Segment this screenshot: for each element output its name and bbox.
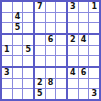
cell-r4c1[interactable] bbox=[2, 35, 12, 45]
cell-r4c7[interactable]: 2 bbox=[68, 35, 78, 45]
cell-r8c2[interactable] bbox=[13, 79, 23, 89]
cell-r6c5[interactable] bbox=[46, 56, 56, 66]
cell-r3c7[interactable] bbox=[68, 23, 78, 33]
cell-r8c4[interactable]: 2 bbox=[35, 79, 45, 89]
cell-r7c3[interactable] bbox=[23, 68, 33, 78]
cell-r8c7[interactable] bbox=[68, 79, 78, 89]
cell-r1c7[interactable]: 3 bbox=[68, 2, 78, 12]
cell-r3c8[interactable] bbox=[79, 23, 89, 33]
cell-r4c8[interactable]: 4 bbox=[79, 35, 89, 45]
cell-r8c5[interactable]: 8 bbox=[46, 79, 56, 89]
cell-r6c9[interactable] bbox=[89, 56, 99, 66]
cell-r3c4[interactable] bbox=[35, 23, 45, 33]
cell-r2c9[interactable] bbox=[89, 13, 99, 23]
cell-r2c3[interactable] bbox=[23, 13, 33, 23]
cell-r1c5[interactable] bbox=[46, 2, 56, 12]
cell-r4c6[interactable] bbox=[56, 35, 66, 45]
cell-r9c8[interactable] bbox=[79, 89, 89, 99]
cell-r5c6[interactable] bbox=[56, 46, 66, 56]
cell-r3c5[interactable] bbox=[46, 23, 56, 33]
cell-r5c7[interactable] bbox=[68, 46, 78, 56]
block-3: 31 bbox=[68, 2, 99, 33]
cell-r1c3[interactable] bbox=[23, 2, 33, 12]
cell-r7c8[interactable]: 6 bbox=[79, 68, 89, 78]
cell-r2c2[interactable]: 4 bbox=[13, 13, 23, 23]
cell-r3c6[interactable] bbox=[56, 23, 66, 33]
cell-r9c6[interactable] bbox=[56, 89, 66, 99]
cell-r4c2[interactable] bbox=[13, 35, 23, 45]
cell-r1c1[interactable] bbox=[2, 2, 12, 12]
cell-r1c2[interactable] bbox=[13, 2, 23, 12]
cell-r8c9[interactable] bbox=[89, 79, 99, 89]
cell-r7c1[interactable]: 3 bbox=[2, 68, 12, 78]
sudoku-board: 45731156243285463 bbox=[0, 0, 101, 101]
cell-r4c4[interactable] bbox=[35, 35, 45, 45]
cell-r9c7[interactable] bbox=[68, 89, 78, 99]
cell-r4c5[interactable]: 6 bbox=[46, 35, 56, 45]
cell-r5c3[interactable]: 5 bbox=[23, 46, 33, 56]
cell-r4c9[interactable] bbox=[89, 35, 99, 45]
block-6: 24 bbox=[68, 35, 99, 66]
cell-r9c1[interactable] bbox=[2, 89, 12, 99]
block-4: 15 bbox=[2, 35, 33, 66]
cell-r7c7[interactable]: 4 bbox=[68, 68, 78, 78]
cell-r6c8[interactable] bbox=[79, 56, 89, 66]
cell-r9c3[interactable] bbox=[23, 89, 33, 99]
cell-r7c2[interactable] bbox=[13, 68, 23, 78]
cell-r6c2[interactable] bbox=[13, 56, 23, 66]
cell-r2c6[interactable] bbox=[56, 13, 66, 23]
cell-r8c1[interactable] bbox=[2, 79, 12, 89]
cell-r2c1[interactable] bbox=[2, 13, 12, 23]
cell-r7c9[interactable] bbox=[89, 68, 99, 78]
cell-r7c6[interactable] bbox=[56, 68, 66, 78]
cell-r3c3[interactable] bbox=[23, 23, 33, 33]
cell-r3c2[interactable]: 5 bbox=[13, 23, 23, 33]
cell-r2c4[interactable] bbox=[35, 13, 45, 23]
cell-r9c2[interactable] bbox=[13, 89, 23, 99]
cell-r3c1[interactable] bbox=[2, 23, 12, 33]
cell-r1c4[interactable]: 7 bbox=[35, 2, 45, 12]
cell-r5c8[interactable] bbox=[79, 46, 89, 56]
block-9: 463 bbox=[68, 68, 99, 99]
cell-r3c9[interactable] bbox=[89, 23, 99, 33]
cell-r6c1[interactable] bbox=[2, 56, 12, 66]
cell-r7c4[interactable] bbox=[35, 68, 45, 78]
cell-r6c3[interactable] bbox=[23, 56, 33, 66]
cell-r5c9[interactable] bbox=[89, 46, 99, 56]
cell-r8c3[interactable] bbox=[23, 79, 33, 89]
cell-r6c6[interactable] bbox=[56, 56, 66, 66]
cell-r1c6[interactable] bbox=[56, 2, 66, 12]
cell-r2c7[interactable] bbox=[68, 13, 78, 23]
cell-r1c8[interactable] bbox=[79, 2, 89, 12]
block-7: 3 bbox=[2, 68, 33, 99]
block-8: 285 bbox=[35, 68, 66, 99]
cell-r2c8[interactable] bbox=[79, 13, 89, 23]
cell-r1c9[interactable]: 1 bbox=[89, 2, 99, 12]
block-5: 6 bbox=[35, 35, 66, 66]
cell-r8c6[interactable] bbox=[56, 79, 66, 89]
cell-r9c4[interactable]: 5 bbox=[35, 89, 45, 99]
block-2: 7 bbox=[35, 2, 66, 33]
block-1: 45 bbox=[2, 2, 33, 33]
cell-r5c5[interactable] bbox=[46, 46, 56, 56]
cell-r6c4[interactable] bbox=[35, 56, 45, 66]
cell-r2c5[interactable] bbox=[46, 13, 56, 23]
cell-r8c8[interactable] bbox=[79, 79, 89, 89]
cell-r6c7[interactable] bbox=[68, 56, 78, 66]
cell-r5c2[interactable] bbox=[13, 46, 23, 56]
cell-r9c5[interactable] bbox=[46, 89, 56, 99]
cell-r9c9[interactable]: 3 bbox=[89, 89, 99, 99]
cell-r7c5[interactable] bbox=[46, 68, 56, 78]
cell-r4c3[interactable] bbox=[23, 35, 33, 45]
cell-r5c4[interactable] bbox=[35, 46, 45, 56]
cell-r5c1[interactable]: 1 bbox=[2, 46, 12, 56]
